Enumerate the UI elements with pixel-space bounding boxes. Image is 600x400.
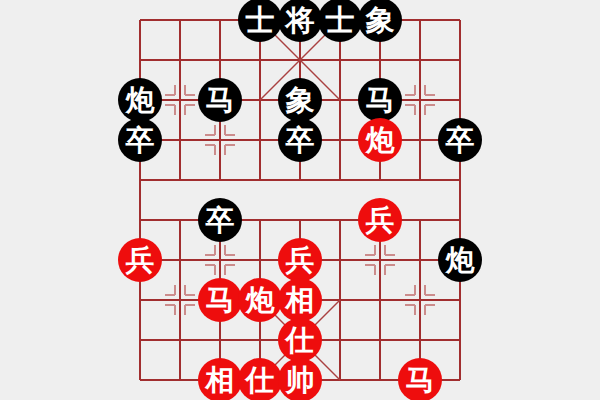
- piece-black-elephant[interactable]: 象: [278, 78, 322, 122]
- piece-red-advisor[interactable]: 仕: [238, 358, 282, 400]
- piece-black-horse[interactable]: 马: [358, 78, 402, 122]
- piece-red-elephant[interactable]: 相: [198, 358, 242, 400]
- piece-red-soldier[interactable]: 兵: [118, 238, 162, 282]
- piece-red-cannon[interactable]: 炮: [358, 118, 402, 162]
- piece-black-soldier[interactable]: 卒: [198, 198, 242, 242]
- piece-red-soldier[interactable]: 兵: [278, 238, 322, 282]
- piece-black-soldier[interactable]: 卒: [278, 118, 322, 162]
- piece-black-advisor[interactable]: 士: [318, 0, 362, 42]
- xiangqi-app-screen: 士将士象炮马象马卒卒炮卒卒兵兵兵炮马炮相仕相仕帅马: [0, 0, 600, 400]
- xiangqi-board[interactable]: 士将士象炮马象马卒卒炮卒卒兵兵兵炮马炮相仕相仕帅马: [120, 0, 480, 400]
- piece-red-horse[interactable]: 马: [398, 358, 442, 400]
- piece-black-soldier[interactable]: 卒: [118, 118, 162, 162]
- piece-black-horse[interactable]: 马: [198, 78, 242, 122]
- piece-black-cannon[interactable]: 炮: [118, 78, 162, 122]
- piece-black-general[interactable]: 将: [278, 0, 322, 42]
- piece-red-advisor[interactable]: 仕: [278, 318, 322, 362]
- piece-red-soldier[interactable]: 兵: [358, 198, 402, 242]
- piece-black-advisor[interactable]: 士: [238, 0, 282, 42]
- piece-red-general[interactable]: 帅: [278, 358, 322, 400]
- piece-red-elephant[interactable]: 相: [278, 278, 322, 322]
- piece-black-elephant[interactable]: 象: [358, 0, 402, 42]
- piece-black-cannon[interactable]: 炮: [438, 238, 482, 282]
- piece-black-soldier[interactable]: 卒: [438, 118, 482, 162]
- piece-red-horse[interactable]: 马: [198, 278, 242, 322]
- piece-red-cannon[interactable]: 炮: [238, 278, 282, 322]
